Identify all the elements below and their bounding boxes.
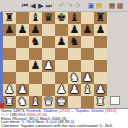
piece-black-rook: ♜ [3, 12, 16, 24]
square-d8[interactable]: ♛ [42, 12, 55, 24]
square-e3[interactable] [55, 72, 68, 84]
right-side-panel [107, 12, 128, 108]
step-back-icon[interactable]: ◀ [29, 2, 37, 10]
piece-white-pawn: ♟ [81, 72, 94, 84]
square-b8[interactable] [16, 12, 29, 24]
square-h7[interactable]: ♟ [94, 24, 107, 36]
piece-black-bishop: ♝ [29, 12, 42, 24]
square-f4[interactable] [68, 60, 81, 72]
chess-board: ♜♝♛♚♝♜♟♟♟♟♟♟♞♟♞♟♟♞♟♟♟♟♟♝♟♜♞♝♛♚♜ [3, 12, 107, 108]
square-e5[interactable] [55, 48, 68, 60]
square-f6[interactable]: ♞ [68, 36, 81, 48]
square-c6[interactable]: ♞ [29, 36, 42, 48]
square-e8[interactable]: ♚ [55, 12, 68, 24]
piece-black-bishop: ♝ [68, 12, 81, 24]
square-c2[interactable] [29, 84, 42, 96]
square-c8[interactable]: ♝ [29, 12, 42, 24]
info-text-segment: (2743) [58, 108, 71, 113]
square-d5[interactable] [42, 48, 55, 60]
piece-white-knight: ♞ [16, 96, 29, 108]
square-f3[interactable]: ♞ [68, 72, 81, 84]
square-c3[interactable] [29, 72, 42, 84]
piece-white-rook: ♜ [3, 96, 16, 108]
piece-white-pawn: ♟ [42, 60, 55, 72]
square-g8[interactable] [81, 12, 94, 24]
square-e7[interactable] [55, 24, 68, 36]
square-f7[interactable]: ♟ [68, 24, 81, 36]
square-a8[interactable]: ♜ [3, 12, 16, 24]
square-g2[interactable]: ♝ [81, 84, 94, 96]
square-c5[interactable] [29, 48, 42, 60]
app-window: ⏮◀▶⏭↶↷⟳▣▤▦▩ ♜♝♛♚♝♜♟♟♟♟♟♟♞♟♞♟♟♞♟♟♟♟♟♝♟♜♞♝… [0, 0, 128, 128]
redo-icon[interactable]: ↷ [66, 2, 74, 10]
square-f5[interactable] [68, 48, 81, 60]
square-f8[interactable]: ♝ [68, 12, 81, 24]
square-f1[interactable] [68, 96, 81, 108]
piece-white-pawn: ♟ [16, 84, 29, 96]
piece-black-knight: ♞ [29, 36, 42, 48]
toolbar: ⏮◀▶⏭↶↷⟳▣▤▦▩ [0, 0, 128, 12]
piece-black-king: ♚ [55, 12, 68, 24]
square-b7[interactable]: ♟ [16, 24, 29, 36]
square-h6[interactable] [94, 36, 107, 48]
game-info-panel: Game 14873: Kramnik, Vladimir (2743) -- … [0, 108, 128, 128]
square-b6[interactable] [16, 36, 29, 48]
piece-white-bishop: ♝ [29, 96, 42, 108]
piece-black-pawn: ♟ [29, 60, 42, 72]
piece-white-king: ♚ [55, 96, 68, 108]
info-text-segment[interactable]: Topalov, Veselin [75, 108, 104, 113]
info-text-segment: Comment: Topalov continues with the rare… [1, 123, 113, 128]
piece-white-pawn: ♟ [55, 84, 68, 96]
material-indicator-box[interactable] [110, 96, 120, 105]
clipboard-icon[interactable]: ▣ [87, 2, 95, 10]
square-a3[interactable] [3, 72, 16, 84]
piece-black-pawn: ♟ [16, 24, 29, 36]
piece-white-pawn: ♟ [3, 84, 16, 96]
piece-black-pawn: ♟ [94, 24, 107, 36]
notes-icon[interactable]: ▤ [95, 2, 103, 10]
square-f2[interactable]: ♟ [68, 84, 81, 96]
piece-white-knight: ♞ [68, 72, 81, 84]
square-h2[interactable]: ♟ [94, 84, 107, 96]
step-fwd-icon[interactable]: ▶ [37, 2, 45, 10]
square-g6[interactable] [81, 36, 94, 48]
square-a6[interactable] [3, 36, 16, 48]
square-g3[interactable]: ♟ [81, 72, 94, 84]
square-b1[interactable]: ♞ [16, 96, 29, 108]
square-h4[interactable] [94, 60, 107, 72]
square-h3[interactable] [94, 72, 107, 84]
piece-white-bishop: ♝ [81, 84, 94, 96]
square-g5[interactable] [81, 48, 94, 60]
square-h8[interactable]: ♜ [94, 12, 107, 24]
square-g7[interactable]: ♟ [81, 24, 94, 36]
square-e2[interactable]: ♟ [55, 84, 68, 96]
piece-black-pawn: ♟ [29, 24, 42, 36]
go-start-icon[interactable]: ⏮ [21, 2, 29, 10]
square-a5[interactable] [3, 48, 16, 60]
square-e4[interactable] [55, 60, 68, 72]
square-d2[interactable] [42, 84, 55, 96]
square-a4[interactable] [3, 60, 16, 72]
square-h1[interactable]: ♜ [94, 96, 107, 108]
square-e1[interactable]: ♚ [55, 96, 68, 108]
info-line-5: Comment: Topalov continues with the rare… [1, 124, 127, 128]
square-d4[interactable]: ♟ [42, 60, 55, 72]
piece-black-pawn: ♟ [55, 36, 68, 48]
square-c7[interactable]: ♟ [29, 24, 42, 36]
board-list-icon[interactable]: ▩ [116, 2, 124, 10]
square-c4[interactable]: ♟ [29, 60, 42, 72]
square-a2[interactable]: ♟ [3, 84, 16, 96]
square-g4[interactable] [81, 60, 94, 72]
piece-black-queen: ♛ [42, 12, 55, 24]
square-b2[interactable]: ♟ [16, 84, 29, 96]
square-b4[interactable] [16, 60, 29, 72]
piece-black-knight: ♞ [68, 36, 81, 48]
piece-black-pawn: ♟ [81, 24, 94, 36]
square-e6[interactable]: ♟ [55, 36, 68, 48]
square-d7[interactable] [42, 24, 55, 36]
chess-board-container: ♜♝♛♚♝♜♟♟♟♟♟♟♞♟♞♟♟♞♟♟♟♟♟♝♟♜♞♝♛♚♜ [0, 12, 107, 108]
piece-white-pawn: ♟ [68, 84, 81, 96]
square-g1[interactable] [81, 96, 94, 108]
square-b3[interactable] [16, 72, 29, 84]
refresh-icon[interactable]: ⟳ [74, 2, 82, 10]
square-d3[interactable] [42, 72, 55, 84]
square-d6[interactable] [42, 36, 55, 48]
piece-white-pawn: ♟ [94, 84, 107, 96]
go-end-icon[interactable]: ⏭ [45, 2, 53, 10]
square-a1[interactable]: ♜ [3, 96, 16, 108]
info-text-segment: (2813) [104, 108, 117, 113]
piece-white-rook: ♜ [94, 96, 107, 108]
square-b5[interactable] [16, 48, 29, 60]
undo-icon[interactable]: ↶ [58, 2, 66, 10]
piece-black-pawn: ♟ [68, 24, 81, 36]
piece-black-pawn: ♟ [3, 24, 16, 36]
piece-white-queen: ♛ [42, 96, 55, 108]
board-setup-icon[interactable]: ▦ [108, 2, 116, 10]
piece-black-rook: ♜ [94, 12, 107, 24]
square-h5[interactable] [94, 48, 107, 60]
square-a7[interactable]: ♟ [3, 24, 16, 36]
square-d1[interactable]: ♛ [42, 96, 55, 108]
square-c1[interactable]: ♝ [29, 96, 42, 108]
